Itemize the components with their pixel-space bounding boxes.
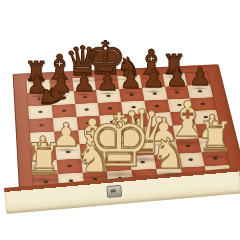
square-e6 [121, 100, 146, 114]
latch-icon [106, 185, 122, 198]
square-h7 [187, 84, 213, 98]
square-b3 [55, 144, 81, 159]
square-h6 [190, 97, 216, 111]
square-f7 [142, 87, 167, 101]
square-g8 [162, 73, 187, 87]
square-c8 [72, 77, 96, 91]
square-f2 [153, 153, 180, 169]
square-c4 [78, 129, 104, 144]
square-g6 [167, 98, 193, 112]
square-e3 [127, 141, 153, 156]
square-e5 [123, 113, 149, 128]
square-h2 [202, 151, 229, 167]
square-f6 [144, 99, 170, 113]
square-e4 [125, 127, 151, 142]
square-a6 [28, 105, 52, 119]
square-b4 [54, 130, 79, 145]
square-h5 [193, 110, 219, 124]
square-d2 [105, 156, 131, 172]
square-g2 [178, 152, 205, 168]
square-g7 [165, 85, 190, 99]
square-h8 [185, 72, 210, 85]
square-a2 [32, 160, 58, 176]
square-b6 [51, 104, 76, 118]
square-d5 [100, 115, 125, 130]
square-a3 [31, 145, 56, 160]
square-c3 [79, 143, 105, 158]
square-a8 [26, 79, 50, 93]
square-g3 [175, 138, 202, 153]
square-d7 [96, 89, 121, 103]
square-c2 [81, 157, 107, 173]
square-g5 [170, 111, 196, 126]
square-f4 [149, 126, 175, 141]
square-a7 [27, 92, 51, 106]
square-f5 [146, 112, 172, 127]
square-h3 [199, 137, 226, 152]
square-f3 [151, 139, 178, 154]
square-h4 [196, 123, 223, 138]
square-a5 [29, 118, 54, 133]
square-d8 [95, 76, 120, 90]
square-b8 [49, 78, 73, 92]
square-c5 [76, 116, 101, 131]
square-a4 [30, 132, 55, 147]
square-f8 [140, 74, 165, 88]
square-c7 [73, 90, 98, 104]
square-d4 [101, 128, 127, 143]
square-e2 [129, 155, 156, 171]
square-b5 [53, 117, 78, 132]
square-e7 [119, 88, 144, 102]
square-e8 [117, 75, 142, 89]
square-b7 [50, 91, 74, 105]
square-d3 [103, 142, 129, 157]
square-b2 [56, 158, 82, 174]
square-d6 [98, 102, 123, 116]
square-g4 [172, 124, 198, 139]
chess-set-photo: ♜♝♛♚♞♝♜♟♟♟♟♟♟♟♟♞♟♟♟♟♝♟♟♝♛♜♜♞♚♞ [0, 0, 240, 240]
square-c6 [75, 103, 100, 117]
